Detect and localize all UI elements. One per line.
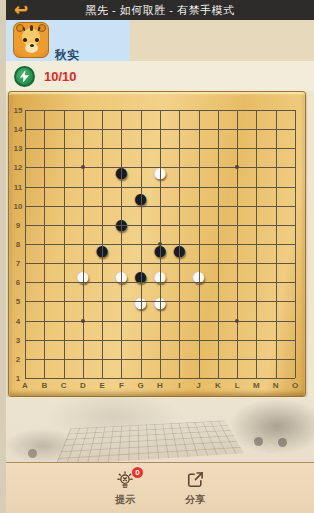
grid-line-v [199,110,200,378]
col-label-D: D [80,381,86,390]
hint-label: 提示 [115,493,135,507]
grid-line-h [25,321,295,322]
star-point [81,319,85,323]
share-button[interactable]: 分享 [171,466,219,510]
row-label-13: 13 [12,144,24,153]
star-point [235,319,239,323]
energy-row: 10/10 [6,61,314,91]
row-label-9: 9 [12,220,24,229]
player-row: 秋实 ♥ 300 [6,20,314,61]
grid-line-h [25,282,295,283]
col-label-G: G [138,381,144,390]
row-label-15: 15 [12,106,24,115]
column-coordinate-labels: ABCDEFGHIJKLMNO [25,381,295,393]
share-icon [185,470,205,490]
avatar-tiger [13,22,49,58]
col-label-C: C [61,381,67,390]
back-button[interactable]: ↩ [9,0,33,20]
col-label-J: J [196,381,200,390]
background-goban [55,420,244,465]
col-label-L: L [235,381,240,390]
row-label-11: 11 [12,182,24,191]
hint-button[interactable]: 提示 0 [101,466,149,510]
background-photo [6,397,314,462]
col-label-A: A [22,381,28,390]
row-label-6: 6 [12,278,24,287]
grid-line-v [179,110,180,378]
grid-line-h [25,340,295,341]
gomoku-board[interactable]: ●●●●●●●●●●●●●● 151413121110987654321 ABC… [8,91,306,397]
grid-line-h [25,378,295,379]
grid-line-h [25,359,295,360]
row-label-14: 14 [12,125,24,134]
grid-line-h [25,301,295,302]
energy-count: 10/10 [44,69,77,84]
row-label-2: 2 [12,354,24,363]
col-label-O: O [292,381,298,390]
col-label-E: E [99,381,104,390]
row-label-7: 7 [12,259,24,268]
col-label-H: H [157,381,163,390]
star-point [81,165,85,169]
grid-line-v [295,110,296,378]
col-label-B: B [41,381,47,390]
gomoku-app-screen: ↩ 黑先 - 如何取胜 - 有禁手模式 秋实 ♥ 300 10/10 [6,0,314,513]
row-label-12: 12 [12,163,24,172]
title-bar: ↩ 黑先 - 如何取胜 - 有禁手模式 [6,0,314,20]
col-label-I: I [178,381,180,390]
row-label-5: 5 [12,297,24,306]
grid-line-v [237,110,238,378]
board-grid-lines: ●●●●●●●●●●●●●● [25,110,295,378]
page-title: 黑先 - 如何取胜 - 有禁手模式 [85,3,234,18]
col-label-N: N [273,381,279,390]
lightning-icon [14,66,35,87]
col-label-F: F [119,381,124,390]
grid-line-v [276,110,277,378]
star-point [235,165,239,169]
col-label-M: M [253,381,260,390]
row-coordinate-labels: 151413121110987654321 [12,110,24,378]
share-label: 分享 [185,493,205,507]
back-arrow-icon: ↩ [14,1,28,18]
row-label-3: 3 [12,335,24,344]
bottom-action-bar: 提示 0 分享 [6,462,314,513]
grid-line-v [256,110,257,378]
grid-line-v [218,110,219,378]
row-label-4: 4 [12,316,24,325]
col-label-K: K [215,381,221,390]
star-point [158,242,162,246]
hint-badge: 0 [132,467,143,478]
row-label-8: 8 [12,240,24,249]
player-chip[interactable]: 秋实 ♥ 300 [6,20,130,61]
grid-line-h [25,263,295,264]
row-label-10: 10 [12,201,24,210]
